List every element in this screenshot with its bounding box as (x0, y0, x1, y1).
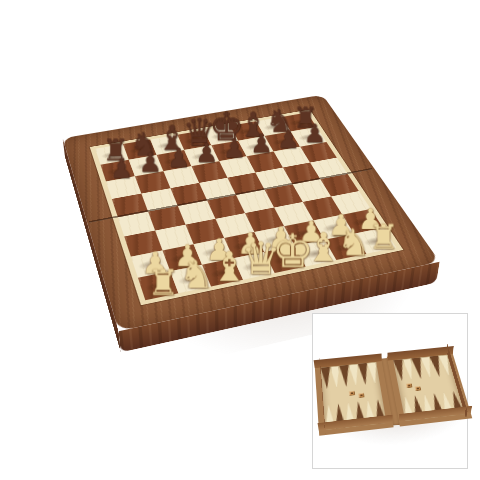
die (406, 383, 413, 388)
backgammon-half-right (387, 350, 473, 427)
piece-black-pawn[interactable]: ♟ (223, 135, 246, 161)
chess-scene: ♜♞♝♛♚♝♞♜♟♟♟♟♟♟♟♟♟♟♟♟♟♟♟♟♜♞♝♛♚♝♞♜ (86, 45, 386, 345)
die (349, 391, 356, 396)
backgammon-half-left (315, 357, 394, 436)
chess-board: ♜♞♝♛♚♝♞♜♟♟♟♟♟♟♟♟♟♟♟♟♟♟♟♟♜♞♝♛♚♝♞♜ (63, 95, 440, 332)
piece-black-pawn[interactable]: ♟ (110, 155, 134, 182)
piece-black-pawn[interactable]: ♟ (250, 130, 273, 156)
piece-black-pawn[interactable]: ♟ (195, 140, 218, 166)
piece-white-rook[interactable]: ♜ (147, 265, 179, 300)
backgammon-point (367, 362, 380, 385)
piece-black-pawn[interactable]: ♟ (138, 150, 162, 176)
die (414, 386, 421, 391)
die (358, 393, 365, 398)
backgammon-inset-thumbnail[interactable] (312, 313, 468, 469)
backgammon-point (349, 364, 361, 387)
piece-black-pawn[interactable]: ♟ (277, 126, 300, 151)
backgammon-board (315, 350, 473, 436)
backgammon-point (339, 365, 351, 388)
piece-white-knight[interactable]: ♞ (337, 224, 370, 261)
piece-black-pawn[interactable]: ♟ (303, 121, 326, 146)
tray-wall-front (399, 406, 472, 422)
chess-grid: ♜♞♝♛♚♝♞♜♟♟♟♟♟♟♟♟♟♟♟♟♟♟♟♟♜♞♝♛♚♝♞♜ (95, 113, 396, 301)
backgammon-point (321, 367, 332, 390)
piece-white-bishop[interactable]: ♝ (211, 247, 247, 287)
piece-white-rook[interactable]: ♜ (369, 221, 399, 254)
piece-black-pawn[interactable]: ♟ (167, 145, 190, 171)
backgammon-point (330, 366, 342, 389)
piece-white-knight[interactable]: ♞ (179, 255, 213, 293)
